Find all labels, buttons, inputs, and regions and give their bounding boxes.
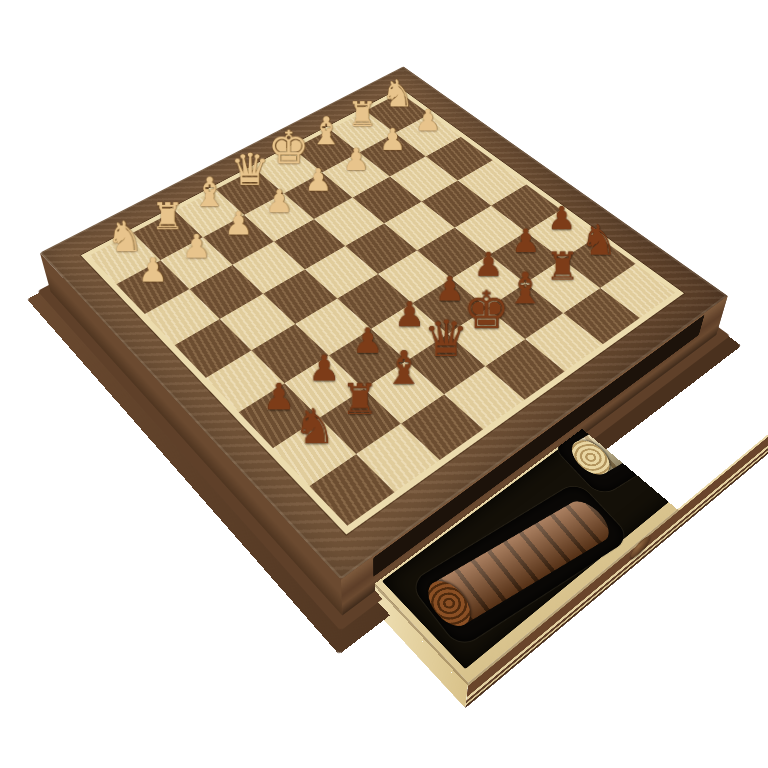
product-photo-scene: ♞♜♝♛♚♝♜♞♟♟♟♟♟♟♟♟♟♟♟♟♟♟♟♟♞♜♝♛♚♝♜♞ [0,0,768,768]
piece-light-knight-h8: ♞ [371,55,424,113]
piece-light-bishop-c8: ♝ [181,150,238,213]
checker-end-cap-dark [420,575,479,633]
square-f2: ♝ [487,283,563,339]
square-h2: ♞ [562,236,635,288]
chess-set-case: ♞♜♝♛♚♝♜♞♟♟♟♟♟♟♟♟♟♟♟♟♟♟♟♟♞♜♝♛♚♝♜♞ [40,66,728,579]
checker-end-cap-light [564,435,617,480]
